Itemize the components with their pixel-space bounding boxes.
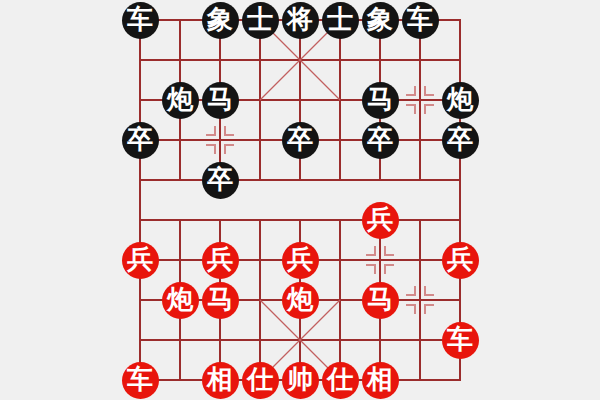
piece-black-soldier[interactable]: 卒: [202, 162, 239, 199]
marker-corner-tl: [366, 246, 376, 256]
xiangqi-board: 车象士将士象车炮马马炮卒卒卒卒卒兵兵兵兵兵炮马炮马车车相仕帅仕相: [0, 0, 600, 400]
piece-black-general[interactable]: 将: [282, 2, 319, 39]
marker-corner-br: [384, 264, 394, 274]
piece-red-soldier[interactable]: 兵: [442, 242, 479, 279]
last-move-marker: [206, 126, 234, 154]
piece-red-rook[interactable]: 车: [442, 322, 479, 359]
marker-corner-tl: [406, 86, 416, 96]
piece-black-cannon[interactable]: 炮: [442, 82, 479, 119]
piece-red-general[interactable]: 帅: [282, 362, 319, 399]
piece-red-soldier[interactable]: 兵: [362, 202, 399, 239]
piece-red-cannon[interactable]: 炮: [282, 282, 319, 319]
piece-black-soldier[interactable]: 卒: [122, 122, 159, 159]
piece-red-advisor[interactable]: 仕: [242, 362, 279, 399]
piece-black-rook[interactable]: 车: [402, 2, 439, 39]
marker-corner-tr: [424, 86, 434, 96]
piece-red-horse[interactable]: 马: [202, 282, 239, 319]
marker-corner-bl: [406, 304, 416, 314]
board-grid: [0, 0, 600, 400]
piece-black-advisor[interactable]: 士: [242, 2, 279, 39]
marker-corner-tr: [424, 286, 434, 296]
last-move-marker: [406, 286, 434, 314]
marker-corner-br: [224, 144, 234, 154]
piece-black-advisor[interactable]: 士: [322, 2, 359, 39]
piece-black-elephant[interactable]: 象: [362, 2, 399, 39]
marker-corner-bl: [366, 264, 376, 274]
marker-corner-bl: [206, 144, 216, 154]
piece-black-elephant[interactable]: 象: [202, 2, 239, 39]
piece-black-cannon[interactable]: 炮: [162, 82, 199, 119]
marker-corner-tl: [206, 126, 216, 136]
last-move-marker: [406, 86, 434, 114]
marker-corner-br: [424, 104, 434, 114]
piece-red-soldier[interactable]: 兵: [282, 242, 319, 279]
last-move-marker: [366, 246, 394, 274]
piece-red-soldier[interactable]: 兵: [122, 242, 159, 279]
piece-red-elephant[interactable]: 相: [362, 362, 399, 399]
marker-corner-bl: [406, 104, 416, 114]
piece-black-horse[interactable]: 马: [362, 82, 399, 119]
marker-corner-tl: [406, 286, 416, 296]
piece-red-rook[interactable]: 车: [122, 362, 159, 399]
piece-black-horse[interactable]: 马: [202, 82, 239, 119]
piece-red-horse[interactable]: 马: [362, 282, 399, 319]
piece-black-rook[interactable]: 车: [122, 2, 159, 39]
piece-black-soldier[interactable]: 卒: [362, 122, 399, 159]
piece-red-cannon[interactable]: 炮: [162, 282, 199, 319]
piece-black-soldier[interactable]: 卒: [442, 122, 479, 159]
piece-black-soldier[interactable]: 卒: [282, 122, 319, 159]
piece-red-elephant[interactable]: 相: [202, 362, 239, 399]
marker-corner-tr: [384, 246, 394, 256]
piece-red-soldier[interactable]: 兵: [202, 242, 239, 279]
marker-corner-br: [424, 304, 434, 314]
marker-corner-tr: [224, 126, 234, 136]
piece-red-advisor[interactable]: 仕: [322, 362, 359, 399]
